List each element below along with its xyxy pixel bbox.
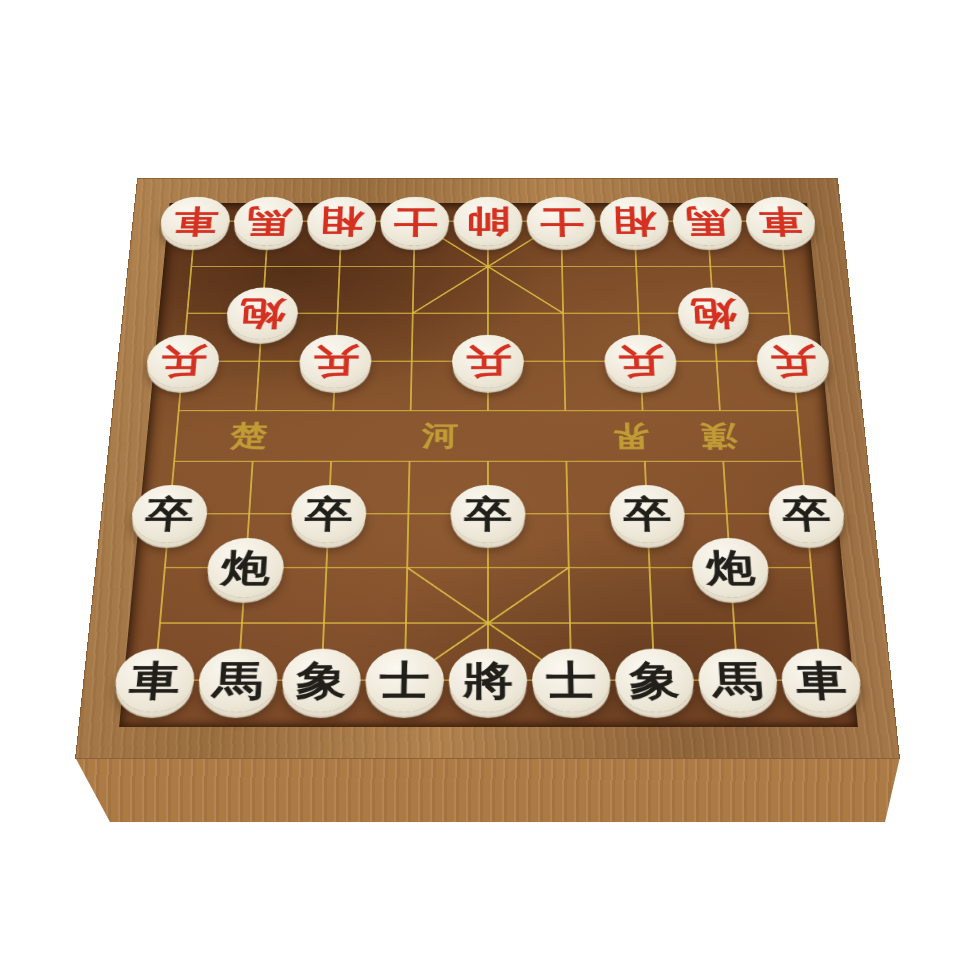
piece-character: 炮 (690, 297, 737, 330)
piece-black-horse[interactable]: 馬 (697, 649, 780, 713)
piece-character: 馬 (245, 206, 291, 237)
piece-character: 兵 (312, 344, 359, 378)
piece-black-general[interactable]: 將 (448, 649, 527, 713)
piece-character: 馬 (712, 660, 765, 701)
piece-red-chariot[interactable]: 車 (159, 197, 232, 246)
piece-red-horse[interactable]: 馬 (232, 197, 304, 246)
xiangqi-set-photo: 楚河界漢 車馬相士帥士相馬車炮炮兵兵兵兵兵卒卒卒卒卒炮炮車馬象士將士象馬車 (0, 0, 960, 960)
piece-character: 卒 (781, 495, 832, 532)
piece-red-elephant[interactable]: 相 (306, 197, 377, 246)
piece-red-soldier[interactable]: 兵 (298, 335, 372, 388)
piece-black-soldier[interactable]: 卒 (290, 485, 367, 543)
piece-character: 炮 (220, 549, 271, 587)
piece-red-general[interactable]: 帥 (453, 197, 522, 246)
piece-character: 兵 (465, 344, 511, 378)
piece-black-chariot[interactable]: 車 (113, 649, 197, 713)
piece-black-soldier[interactable]: 卒 (609, 485, 686, 543)
piece-black-cannon[interactable]: 炮 (691, 538, 771, 598)
piece-black-advisor[interactable]: 士 (532, 649, 612, 713)
piece-character: 馬 (684, 206, 730, 237)
piece-character: 卒 (304, 495, 353, 532)
piece-black-elephant[interactable]: 象 (614, 649, 695, 713)
piece-character: 帥 (466, 206, 510, 237)
piece-character: 兵 (617, 344, 664, 378)
piece-character: 兵 (159, 344, 208, 378)
piece-black-cannon[interactable]: 炮 (205, 538, 285, 598)
piece-black-chariot[interactable]: 車 (779, 649, 863, 713)
piece-character: 象 (295, 660, 347, 701)
piece-character: 士 (392, 206, 437, 237)
piece-red-soldier[interactable]: 兵 (145, 335, 221, 388)
piece-character: 象 (629, 660, 681, 701)
piece-red-soldier[interactable]: 兵 (604, 335, 678, 388)
board-frame: 楚河界漢 車馬相士帥士相馬車炮炮兵兵兵兵兵卒卒卒卒卒炮炮車馬象士將士象馬車 (75, 178, 900, 759)
piece-character: 相 (319, 206, 364, 237)
piece-black-soldier[interactable]: 卒 (767, 485, 847, 543)
pieces-layer: 車馬相士帥士相馬車炮炮兵兵兵兵兵卒卒卒卒卒炮炮車馬象士將士象馬車 (119, 203, 858, 727)
piece-red-advisor[interactable]: 士 (380, 197, 450, 246)
piece-black-advisor[interactable]: 士 (365, 649, 445, 713)
piece-black-soldier[interactable]: 卒 (129, 485, 209, 543)
piece-character: 卒 (144, 495, 195, 532)
piece-character: 卒 (464, 495, 512, 532)
piece-character: 士 (539, 206, 584, 237)
piece-red-elephant[interactable]: 相 (599, 197, 670, 246)
piece-black-soldier[interactable]: 卒 (450, 485, 526, 543)
piece-red-advisor[interactable]: 士 (526, 197, 596, 246)
piece-red-cannon[interactable]: 炮 (225, 287, 299, 339)
piece-character: 車 (128, 660, 182, 701)
piece-red-cannon[interactable]: 炮 (677, 287, 751, 339)
piece-character: 士 (379, 660, 430, 701)
piece-red-horse[interactable]: 馬 (672, 197, 744, 246)
piece-character: 卒 (623, 495, 672, 532)
board-plane: 楚河界漢 車馬相士帥士相馬車炮炮兵兵兵兵兵卒卒卒卒卒炮炮車馬象士將士象馬車 (75, 178, 900, 759)
piece-character: 車 (172, 206, 219, 237)
piece-character: 車 (794, 660, 848, 701)
piece-character: 將 (463, 660, 513, 701)
piece-character: 士 (546, 660, 597, 701)
piece-character: 炮 (705, 549, 756, 587)
piece-black-elephant[interactable]: 象 (281, 649, 362, 713)
piece-red-chariot[interactable]: 車 (744, 197, 817, 246)
piece-character: 兵 (769, 344, 818, 378)
piece-character: 車 (757, 206, 804, 237)
piece-red-soldier[interactable]: 兵 (755, 335, 831, 388)
piece-red-soldier[interactable]: 兵 (452, 335, 524, 388)
piece-black-horse[interactable]: 馬 (197, 649, 280, 713)
piece-character: 馬 (212, 660, 265, 701)
piece-character: 炮 (239, 297, 286, 330)
piece-character: 相 (612, 206, 657, 237)
board-surface: 楚河界漢 車馬相士帥士相馬車炮炮兵兵兵兵兵卒卒卒卒卒炮炮車馬象士將士象馬車 (119, 203, 858, 727)
